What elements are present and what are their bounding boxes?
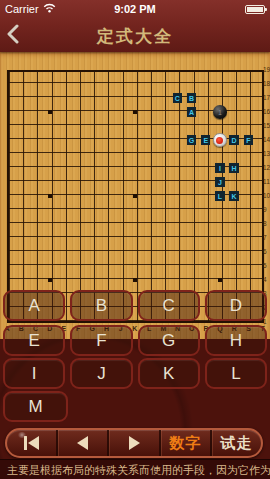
move-number: 1 — [218, 109, 222, 116]
next-move-icon — [129, 436, 140, 450]
spacer — [73, 391, 134, 422]
battery-full-icon — [245, 5, 265, 14]
candidate-marker-E[interactable]: E — [201, 135, 211, 145]
row-label-7: 7 — [263, 234, 270, 242]
row-label-17: 17 — [263, 94, 270, 102]
row-label-9: 9 — [263, 206, 270, 214]
row-label-13: 13 — [263, 150, 270, 158]
candidate-marker-L[interactable]: L — [215, 191, 225, 201]
star-point — [48, 110, 52, 114]
row-label-5: 5 — [263, 262, 270, 270]
variation-button-C[interactable]: C — [138, 290, 200, 321]
variation-button-M[interactable]: M — [3, 391, 68, 422]
spacer — [206, 391, 267, 422]
row-label-16: 16 — [263, 108, 270, 116]
candidate-marker-F[interactable]: F — [244, 135, 254, 145]
first-move-button[interactable] — [7, 430, 56, 456]
star-point — [48, 194, 52, 198]
row-label-10: 10 — [263, 192, 270, 200]
variation-button-B[interactable]: B — [70, 290, 132, 321]
candidate-marker-A[interactable]: A — [187, 107, 197, 117]
candidate-marker-H[interactable]: H — [229, 163, 239, 173]
star-point — [133, 110, 137, 114]
spacer — [140, 391, 201, 422]
trial-play-button[interactable]: 试走 — [210, 430, 261, 456]
candidate-marker-I[interactable]: I — [215, 163, 225, 173]
star-point — [218, 278, 222, 282]
option-button-row-4: M — [3, 391, 267, 422]
variation-button-F[interactable]: F — [70, 325, 132, 356]
row-label-11: 11 — [263, 178, 270, 186]
variation-button-K[interactable]: K — [138, 358, 200, 389]
variation-button-L[interactable]: L — [205, 358, 267, 389]
skip-to-first-icon — [28, 436, 39, 450]
next-move-button[interactable] — [107, 430, 158, 456]
row-label-15: 15 — [263, 122, 270, 130]
row-label-14: 14 — [263, 136, 270, 144]
white-stone-Q14 — [213, 133, 227, 147]
option-button-row-1: ABCD — [3, 290, 267, 321]
move-toolbar: 数字 试走 — [5, 428, 263, 458]
last-move-red-dot — [216, 137, 223, 144]
skip-to-first-icon — [24, 436, 27, 450]
candidate-marker-K[interactable]: K — [229, 191, 239, 201]
page-title: 定式大全 — [0, 25, 270, 48]
row-label-8: 8 — [263, 220, 270, 228]
numbers-toggle-button[interactable]: 数字 — [159, 430, 210, 456]
variation-button-I[interactable]: I — [3, 358, 65, 389]
option-button-row-3: IJKL — [3, 358, 267, 389]
candidate-marker-B[interactable]: B — [187, 93, 197, 103]
row-label-12: 12 — [263, 164, 270, 172]
black-stone-Q16: 1 — [213, 105, 227, 119]
row-label-18: 18 — [263, 80, 270, 88]
variation-button-E[interactable]: E — [3, 325, 65, 356]
star-point — [133, 194, 137, 198]
navigation-bar: 定式大全 — [0, 18, 270, 52]
star-point — [133, 278, 137, 282]
previous-move-button[interactable] — [56, 430, 107, 456]
candidate-marker-D[interactable]: D — [229, 135, 239, 145]
star-point — [48, 278, 52, 282]
row-label-19: 19 — [263, 66, 270, 74]
row-label-6: 6 — [263, 248, 270, 256]
variation-button-G[interactable]: G — [138, 325, 200, 356]
previous-move-icon — [77, 436, 88, 450]
header: Carrier 9:02 PM 定式大全 — [0, 0, 270, 52]
joseki-description-text: 主要是根据布局的特殊关系而使用的手段，因为它作为... — [7, 463, 270, 478]
candidate-marker-G[interactable]: G — [187, 135, 197, 145]
variation-button-J[interactable]: J — [70, 358, 132, 389]
clock: 9:02 PM — [0, 3, 270, 15]
variation-button-H[interactable]: H — [205, 325, 267, 356]
row-label-4: 4 — [263, 276, 270, 284]
candidate-marker-C[interactable]: C — [173, 93, 183, 103]
joseki-description-bar: 主要是根据布局的特殊关系而使用的手段，因为它作为... — [0, 459, 270, 479]
app-screen: Carrier 9:02 PM 定式大全 1ABCDEFGHIJKL 19181… — [0, 0, 270, 479]
status-bar: Carrier 9:02 PM — [0, 0, 270, 18]
variation-button-D[interactable]: D — [205, 290, 267, 321]
variation-button-A[interactable]: A — [3, 290, 65, 321]
candidate-marker-J[interactable]: J — [215, 177, 225, 187]
option-button-row-2: EFGH — [3, 325, 267, 356]
